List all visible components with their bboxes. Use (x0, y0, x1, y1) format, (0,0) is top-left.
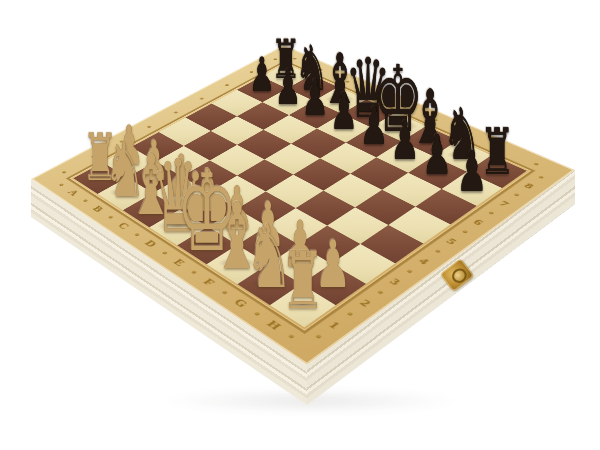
rank-label-5: 5 (443, 236, 460, 247)
file-label-e: E (170, 256, 189, 268)
file-label-a: A (64, 187, 82, 197)
brass-pin-icon (108, 215, 114, 218)
brass-pin-icon (377, 290, 384, 294)
brass-pin-icon (406, 269, 413, 273)
brass-pin-icon (347, 312, 354, 316)
brass-pin-icon (83, 199, 89, 202)
file-label-g: G (230, 296, 251, 310)
file-label-f: F (200, 276, 219, 288)
brass-pin-icon (533, 162, 539, 165)
brass-pin-icon (273, 58, 278, 60)
brass-pin-icon (61, 171, 66, 174)
brass-pin-icon (318, 69, 323, 71)
rank-label-6: 6 (470, 217, 486, 227)
brass-pin-icon (292, 57, 297, 59)
file-label-d: D (141, 238, 160, 250)
brass-pin-icon (191, 270, 197, 274)
file-label-b: B (89, 204, 107, 215)
rank-label-2: 2 (356, 297, 374, 309)
brass-pin-icon (91, 155, 96, 158)
rank-label-1: 1 (325, 319, 343, 332)
brass-pin-icon (498, 147, 504, 150)
brass-pin-icon (465, 133, 471, 136)
brass-pin-icon (538, 176, 544, 179)
brass-pin-icon (462, 230, 468, 234)
brass-pin-icon (435, 249, 441, 253)
brass-pin-icon (433, 119, 439, 122)
rank-label-4: 4 (415, 256, 432, 267)
brass-pin-icon (59, 183, 64, 186)
brass-pin-icon (173, 111, 178, 114)
brass-pin-icon (488, 211, 494, 215)
brass-pin-icon (315, 334, 322, 339)
brass-pin-icon (345, 80, 350, 83)
chess-set-photo: ABCDEFGH12345678 ♜♞♝♛♚♝♞♜♟♟♟♟♟♟♟♟♟♟♟♟♟♟♟… (0, 0, 600, 450)
brass-pin-icon (249, 71, 254, 73)
brass-pin-icon (225, 84, 230, 87)
brass-pin-icon (514, 193, 520, 196)
rank-label-3: 3 (386, 276, 404, 288)
brass-pin-icon (134, 233, 140, 237)
brass-pin-icon (162, 251, 168, 255)
brass-pin-icon (254, 312, 261, 316)
file-label-h: H (263, 318, 285, 333)
brass-pin-icon (147, 125, 152, 128)
brass-pin-icon (199, 97, 204, 100)
chess-board-top-face: ABCDEFGH12345678 (31, 45, 575, 365)
brass-pin-icon (373, 93, 378, 96)
file-label-c: C (114, 220, 133, 231)
brass-pin-icon (288, 334, 295, 339)
brass-pin-icon (222, 290, 228, 294)
brass-pin-icon (119, 140, 124, 143)
rank-label-8: 8 (521, 181, 537, 191)
brass-pin-icon (402, 105, 407, 108)
rank-label-7: 7 (496, 199, 512, 209)
